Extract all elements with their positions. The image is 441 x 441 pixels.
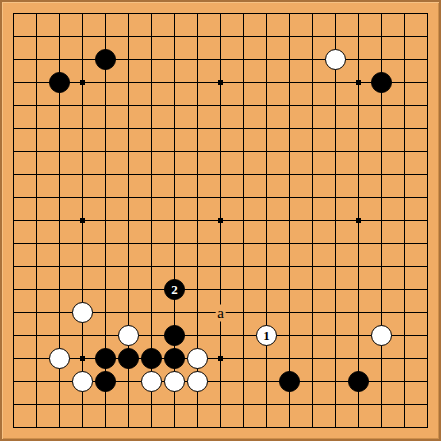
intersection-F11[interactable] [117, 186, 140, 209]
intersection-S2[interactable] [393, 393, 416, 416]
intersection-K1[interactable] [209, 416, 232, 439]
intersection-L2[interactable] [232, 393, 255, 416]
intersection-G5[interactable] [140, 324, 163, 347]
intersection-G1[interactable] [140, 416, 163, 439]
intersection-Q2[interactable] [347, 393, 370, 416]
intersection-E17[interactable] [94, 48, 117, 71]
intersection-J16[interactable] [186, 71, 209, 94]
intersection-P7[interactable] [324, 278, 347, 301]
intersection-P18[interactable] [324, 25, 347, 48]
intersection-L17[interactable] [232, 48, 255, 71]
intersection-O13[interactable] [301, 140, 324, 163]
intersection-B10[interactable] [25, 209, 48, 232]
intersection-D1[interactable] [71, 416, 94, 439]
intersection-T10[interactable] [416, 209, 439, 232]
intersection-D13[interactable] [71, 140, 94, 163]
intersection-R12[interactable] [370, 163, 393, 186]
intersection-F1[interactable] [117, 416, 140, 439]
intersection-E7[interactable] [94, 278, 117, 301]
intersection-A17[interactable] [2, 48, 25, 71]
intersection-L1[interactable] [232, 416, 255, 439]
intersection-J3[interactable] [186, 370, 209, 393]
intersection-P8[interactable] [324, 255, 347, 278]
intersection-T11[interactable] [416, 186, 439, 209]
black-stone-H5[interactable] [164, 325, 185, 346]
intersection-R1[interactable] [370, 416, 393, 439]
intersection-G6[interactable] [140, 301, 163, 324]
intersection-O11[interactable] [301, 186, 324, 209]
intersection-S16[interactable] [393, 71, 416, 94]
intersection-E4[interactable] [94, 347, 117, 370]
intersection-O17[interactable] [301, 48, 324, 71]
intersection-C11[interactable] [48, 186, 71, 209]
intersection-R14[interactable] [370, 117, 393, 140]
intersection-D18[interactable] [71, 25, 94, 48]
intersection-F16[interactable] [117, 71, 140, 94]
intersection-A15[interactable] [2, 94, 25, 117]
black-stone-H4[interactable] [164, 348, 185, 369]
intersection-J2[interactable] [186, 393, 209, 416]
intersection-T3[interactable] [416, 370, 439, 393]
intersection-G10[interactable] [140, 209, 163, 232]
intersection-R15[interactable] [370, 94, 393, 117]
intersection-O19[interactable] [301, 2, 324, 25]
intersection-T12[interactable] [416, 163, 439, 186]
intersection-T6[interactable] [416, 301, 439, 324]
intersection-S1[interactable] [393, 416, 416, 439]
intersection-S18[interactable] [393, 25, 416, 48]
intersection-L16[interactable] [232, 71, 255, 94]
intersection-B14[interactable] [25, 117, 48, 140]
intersection-R10[interactable] [370, 209, 393, 232]
intersection-Q13[interactable] [347, 140, 370, 163]
intersection-A10[interactable] [2, 209, 25, 232]
intersection-C13[interactable] [48, 140, 71, 163]
intersection-L3[interactable] [232, 370, 255, 393]
intersection-M5[interactable]: 1 [255, 324, 278, 347]
intersection-G12[interactable] [140, 163, 163, 186]
intersection-B19[interactable] [25, 2, 48, 25]
intersection-S19[interactable] [393, 2, 416, 25]
intersection-L13[interactable] [232, 140, 255, 163]
intersection-C7[interactable] [48, 278, 71, 301]
intersection-D15[interactable] [71, 94, 94, 117]
intersection-H3[interactable] [163, 370, 186, 393]
intersection-N9[interactable] [278, 232, 301, 255]
intersection-S5[interactable] [393, 324, 416, 347]
intersection-G18[interactable] [140, 25, 163, 48]
intersection-F15[interactable] [117, 94, 140, 117]
intersection-B8[interactable] [25, 255, 48, 278]
intersection-A14[interactable] [2, 117, 25, 140]
intersection-S8[interactable] [393, 255, 416, 278]
intersection-J13[interactable] [186, 140, 209, 163]
white-stone-R5[interactable] [371, 325, 392, 346]
intersection-M16[interactable] [255, 71, 278, 94]
intersection-M10[interactable] [255, 209, 278, 232]
intersection-D19[interactable] [71, 2, 94, 25]
white-stone-D6[interactable] [72, 302, 93, 323]
intersection-O10[interactable] [301, 209, 324, 232]
intersection-J12[interactable] [186, 163, 209, 186]
intersection-S6[interactable] [393, 301, 416, 324]
intersection-D10[interactable] [71, 209, 94, 232]
intersection-L5[interactable] [232, 324, 255, 347]
intersection-K18[interactable] [209, 25, 232, 48]
intersection-H19[interactable] [163, 2, 186, 25]
intersection-O9[interactable] [301, 232, 324, 255]
intersection-L7[interactable] [232, 278, 255, 301]
intersection-D9[interactable] [71, 232, 94, 255]
intersection-E10[interactable] [94, 209, 117, 232]
intersection-T14[interactable] [416, 117, 439, 140]
intersection-K6[interactable]: a [209, 301, 232, 324]
intersection-F8[interactable] [117, 255, 140, 278]
intersection-T15[interactable] [416, 94, 439, 117]
intersection-N11[interactable] [278, 186, 301, 209]
intersection-L10[interactable] [232, 209, 255, 232]
intersection-M3[interactable] [255, 370, 278, 393]
intersection-O12[interactable] [301, 163, 324, 186]
intersection-T13[interactable] [416, 140, 439, 163]
intersection-T2[interactable] [416, 393, 439, 416]
intersection-H2[interactable] [163, 393, 186, 416]
intersection-B9[interactable] [25, 232, 48, 255]
intersection-A7[interactable] [2, 278, 25, 301]
intersection-N7[interactable] [278, 278, 301, 301]
intersection-A19[interactable] [2, 2, 25, 25]
intersection-J18[interactable] [186, 25, 209, 48]
white-stone-J4[interactable] [187, 348, 208, 369]
intersection-N4[interactable] [278, 347, 301, 370]
intersection-E18[interactable] [94, 25, 117, 48]
black-stone-G4[interactable] [141, 348, 162, 369]
intersection-J19[interactable] [186, 2, 209, 25]
intersection-N16[interactable] [278, 71, 301, 94]
intersection-A5[interactable] [2, 324, 25, 347]
intersection-B16[interactable] [25, 71, 48, 94]
intersection-C8[interactable] [48, 255, 71, 278]
intersection-C3[interactable] [48, 370, 71, 393]
intersection-B15[interactable] [25, 94, 48, 117]
intersection-A11[interactable] [2, 186, 25, 209]
intersection-G9[interactable] [140, 232, 163, 255]
intersection-S13[interactable] [393, 140, 416, 163]
intersection-K9[interactable] [209, 232, 232, 255]
intersection-T18[interactable] [416, 25, 439, 48]
intersection-Q7[interactable] [347, 278, 370, 301]
intersection-Q3[interactable] [347, 370, 370, 393]
intersection-C9[interactable] [48, 232, 71, 255]
intersection-K8[interactable] [209, 255, 232, 278]
intersection-K12[interactable] [209, 163, 232, 186]
black-stone-E17[interactable] [95, 49, 116, 70]
black-stone-E4[interactable] [95, 348, 116, 369]
intersection-Q4[interactable] [347, 347, 370, 370]
intersection-A8[interactable] [2, 255, 25, 278]
intersection-P13[interactable] [324, 140, 347, 163]
intersection-L14[interactable] [232, 117, 255, 140]
intersection-E8[interactable] [94, 255, 117, 278]
intersection-K16[interactable] [209, 71, 232, 94]
intersection-P11[interactable] [324, 186, 347, 209]
intersection-K7[interactable] [209, 278, 232, 301]
intersection-E11[interactable] [94, 186, 117, 209]
intersection-Q15[interactable] [347, 94, 370, 117]
intersection-C10[interactable] [48, 209, 71, 232]
intersection-A12[interactable] [2, 163, 25, 186]
intersection-G11[interactable] [140, 186, 163, 209]
intersection-B1[interactable] [25, 416, 48, 439]
intersection-Q19[interactable] [347, 2, 370, 25]
intersection-T7[interactable] [416, 278, 439, 301]
intersection-K17[interactable] [209, 48, 232, 71]
intersection-D7[interactable] [71, 278, 94, 301]
intersection-C16[interactable] [48, 71, 71, 94]
intersection-O1[interactable] [301, 416, 324, 439]
intersection-S9[interactable] [393, 232, 416, 255]
intersection-J8[interactable] [186, 255, 209, 278]
intersection-P15[interactable] [324, 94, 347, 117]
intersection-L15[interactable] [232, 94, 255, 117]
intersection-S10[interactable] [393, 209, 416, 232]
intersection-P19[interactable] [324, 2, 347, 25]
intersection-O18[interactable] [301, 25, 324, 48]
intersection-J14[interactable] [186, 117, 209, 140]
intersection-F2[interactable] [117, 393, 140, 416]
intersection-N2[interactable] [278, 393, 301, 416]
intersection-S3[interactable] [393, 370, 416, 393]
intersection-L8[interactable] [232, 255, 255, 278]
intersection-R16[interactable] [370, 71, 393, 94]
intersection-T1[interactable] [416, 416, 439, 439]
intersection-A2[interactable] [2, 393, 25, 416]
intersection-R8[interactable] [370, 255, 393, 278]
intersection-N13[interactable] [278, 140, 301, 163]
intersection-J5[interactable] [186, 324, 209, 347]
intersection-Q14[interactable] [347, 117, 370, 140]
intersection-B2[interactable] [25, 393, 48, 416]
intersection-C6[interactable] [48, 301, 71, 324]
intersection-F13[interactable] [117, 140, 140, 163]
intersection-J11[interactable] [186, 186, 209, 209]
intersection-K5[interactable] [209, 324, 232, 347]
intersection-M2[interactable] [255, 393, 278, 416]
intersection-M17[interactable] [255, 48, 278, 71]
intersection-P17[interactable] [324, 48, 347, 71]
intersection-F9[interactable] [117, 232, 140, 255]
intersection-G14[interactable] [140, 117, 163, 140]
white-stone-J3[interactable] [187, 371, 208, 392]
intersection-A6[interactable] [2, 301, 25, 324]
intersection-O15[interactable] [301, 94, 324, 117]
black-stone-N3[interactable] [279, 371, 300, 392]
intersection-P6[interactable] [324, 301, 347, 324]
intersection-A18[interactable] [2, 25, 25, 48]
intersection-B18[interactable] [25, 25, 48, 48]
intersection-R18[interactable] [370, 25, 393, 48]
intersection-K3[interactable] [209, 370, 232, 393]
intersection-R11[interactable] [370, 186, 393, 209]
intersection-T5[interactable] [416, 324, 439, 347]
intersection-L9[interactable] [232, 232, 255, 255]
intersection-N3[interactable] [278, 370, 301, 393]
intersection-J7[interactable] [186, 278, 209, 301]
intersection-D6[interactable] [71, 301, 94, 324]
intersection-Q8[interactable] [347, 255, 370, 278]
intersection-G13[interactable] [140, 140, 163, 163]
intersection-N18[interactable] [278, 25, 301, 48]
intersection-O14[interactable] [301, 117, 324, 140]
intersection-Q6[interactable] [347, 301, 370, 324]
black-stone-H7[interactable]: 2 [164, 279, 185, 300]
intersection-P1[interactable] [324, 416, 347, 439]
intersection-B4[interactable] [25, 347, 48, 370]
intersection-Q5[interactable] [347, 324, 370, 347]
intersection-Q1[interactable] [347, 416, 370, 439]
intersection-M6[interactable] [255, 301, 278, 324]
intersection-H11[interactable] [163, 186, 186, 209]
intersection-M15[interactable] [255, 94, 278, 117]
intersection-T17[interactable] [416, 48, 439, 71]
intersection-F19[interactable] [117, 2, 140, 25]
intersection-D8[interactable] [71, 255, 94, 278]
intersection-H8[interactable] [163, 255, 186, 278]
intersection-P2[interactable] [324, 393, 347, 416]
intersection-A4[interactable] [2, 347, 25, 370]
intersection-H9[interactable] [163, 232, 186, 255]
intersection-S7[interactable] [393, 278, 416, 301]
intersection-P9[interactable] [324, 232, 347, 255]
intersection-O8[interactable] [301, 255, 324, 278]
intersection-K15[interactable] [209, 94, 232, 117]
intersection-B13[interactable] [25, 140, 48, 163]
intersection-F17[interactable] [117, 48, 140, 71]
intersection-Q10[interactable] [347, 209, 370, 232]
intersection-E1[interactable] [94, 416, 117, 439]
intersection-J10[interactable] [186, 209, 209, 232]
intersection-E15[interactable] [94, 94, 117, 117]
intersection-L11[interactable] [232, 186, 255, 209]
intersection-N10[interactable] [278, 209, 301, 232]
intersection-L19[interactable] [232, 2, 255, 25]
intersection-P10[interactable] [324, 209, 347, 232]
intersection-L12[interactable] [232, 163, 255, 186]
intersection-H10[interactable] [163, 209, 186, 232]
intersection-A9[interactable] [2, 232, 25, 255]
intersection-H4[interactable] [163, 347, 186, 370]
intersection-F4[interactable] [117, 347, 140, 370]
white-stone-C4[interactable] [49, 348, 70, 369]
intersection-C12[interactable] [48, 163, 71, 186]
intersection-G19[interactable] [140, 2, 163, 25]
intersection-D5[interactable] [71, 324, 94, 347]
intersection-C4[interactable] [48, 347, 71, 370]
intersection-T4[interactable] [416, 347, 439, 370]
intersection-K19[interactable] [209, 2, 232, 25]
intersection-K2[interactable] [209, 393, 232, 416]
intersection-H17[interactable] [163, 48, 186, 71]
intersection-D3[interactable] [71, 370, 94, 393]
intersection-F18[interactable] [117, 25, 140, 48]
intersection-R19[interactable] [370, 2, 393, 25]
intersection-H6[interactable] [163, 301, 186, 324]
intersection-F14[interactable] [117, 117, 140, 140]
white-stone-D3[interactable] [72, 371, 93, 392]
intersection-S12[interactable] [393, 163, 416, 186]
white-stone-H3[interactable] [164, 371, 185, 392]
intersection-Q11[interactable] [347, 186, 370, 209]
intersection-S15[interactable] [393, 94, 416, 117]
intersection-H7[interactable]: 2 [163, 278, 186, 301]
intersection-R7[interactable] [370, 278, 393, 301]
intersection-S14[interactable] [393, 117, 416, 140]
intersection-C17[interactable] [48, 48, 71, 71]
intersection-C15[interactable] [48, 94, 71, 117]
intersection-R6[interactable] [370, 301, 393, 324]
intersection-R17[interactable] [370, 48, 393, 71]
intersection-H12[interactable] [163, 163, 186, 186]
intersection-H13[interactable] [163, 140, 186, 163]
intersection-G8[interactable] [140, 255, 163, 278]
intersection-M18[interactable] [255, 25, 278, 48]
intersection-A1[interactable] [2, 416, 25, 439]
intersection-T8[interactable] [416, 255, 439, 278]
intersection-B17[interactable] [25, 48, 48, 71]
intersection-N5[interactable] [278, 324, 301, 347]
intersection-P5[interactable] [324, 324, 347, 347]
intersection-B3[interactable] [25, 370, 48, 393]
intersection-Q16[interactable] [347, 71, 370, 94]
intersection-D16[interactable] [71, 71, 94, 94]
intersection-K10[interactable] [209, 209, 232, 232]
intersection-F5[interactable] [117, 324, 140, 347]
intersection-R4[interactable] [370, 347, 393, 370]
intersection-N12[interactable] [278, 163, 301, 186]
intersection-P16[interactable] [324, 71, 347, 94]
intersection-E16[interactable] [94, 71, 117, 94]
intersection-E12[interactable] [94, 163, 117, 186]
intersection-J15[interactable] [186, 94, 209, 117]
intersection-R9[interactable] [370, 232, 393, 255]
intersection-M14[interactable] [255, 117, 278, 140]
intersection-E13[interactable] [94, 140, 117, 163]
intersection-E9[interactable] [94, 232, 117, 255]
intersection-F12[interactable] [117, 163, 140, 186]
intersection-M8[interactable] [255, 255, 278, 278]
intersection-L6[interactable] [232, 301, 255, 324]
intersection-H1[interactable] [163, 416, 186, 439]
intersection-M7[interactable] [255, 278, 278, 301]
intersection-M13[interactable] [255, 140, 278, 163]
black-stone-C16[interactable] [49, 72, 70, 93]
intersection-P14[interactable] [324, 117, 347, 140]
intersection-O2[interactable] [301, 393, 324, 416]
intersection-E5[interactable] [94, 324, 117, 347]
black-stone-E3[interactable] [95, 371, 116, 392]
intersection-D11[interactable] [71, 186, 94, 209]
white-stone-M5[interactable]: 1 [256, 325, 277, 346]
intersection-J6[interactable] [186, 301, 209, 324]
intersection-P4[interactable] [324, 347, 347, 370]
intersection-J17[interactable] [186, 48, 209, 71]
intersection-S11[interactable] [393, 186, 416, 209]
intersection-M4[interactable] [255, 347, 278, 370]
intersection-H14[interactable] [163, 117, 186, 140]
intersection-R3[interactable] [370, 370, 393, 393]
intersection-D12[interactable] [71, 163, 94, 186]
intersection-A16[interactable] [2, 71, 25, 94]
